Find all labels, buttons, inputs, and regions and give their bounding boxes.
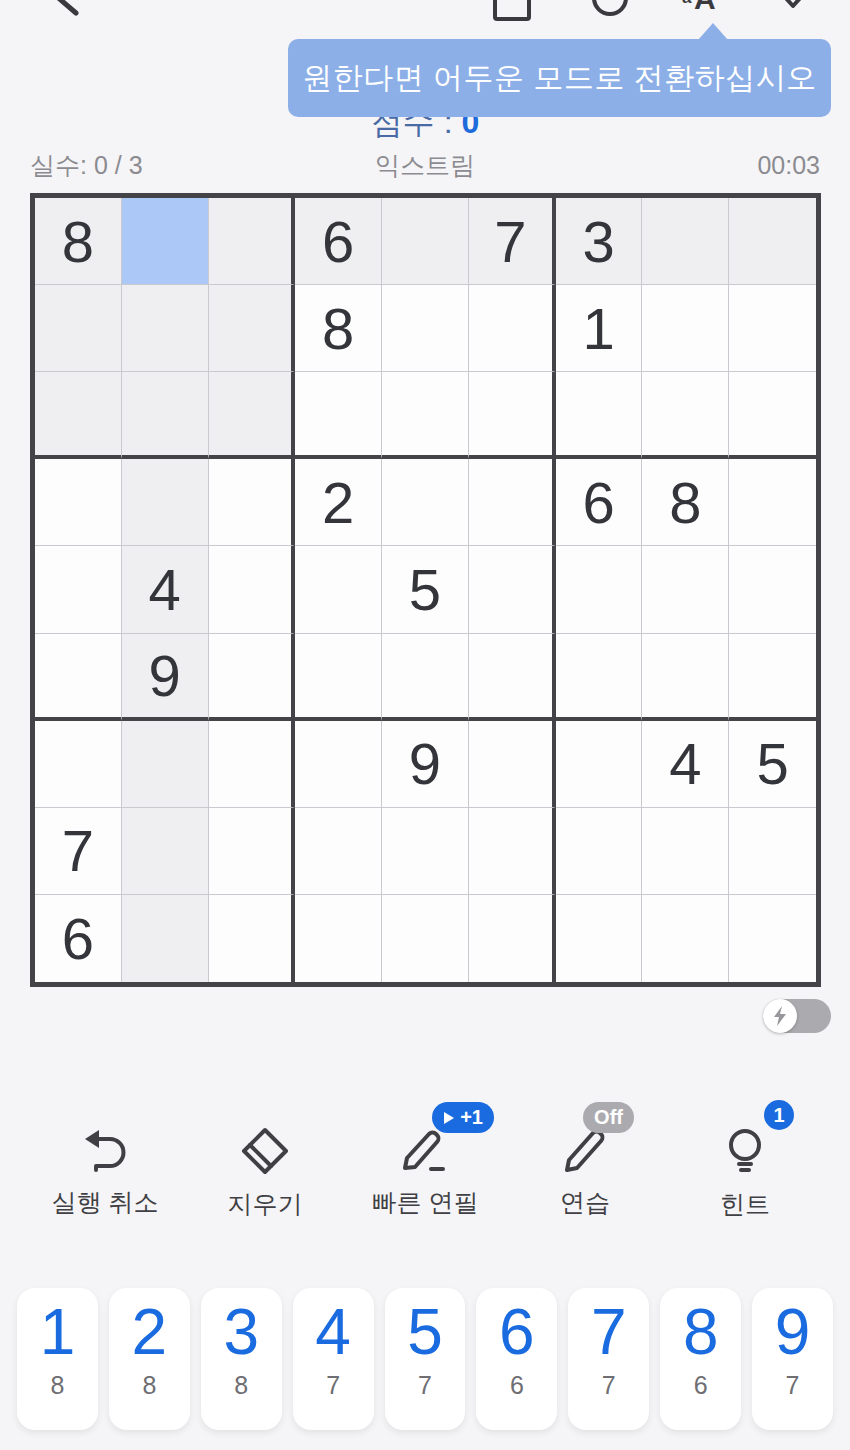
sudoku-cell-r8c1[interactable]: 7 [35,808,122,895]
sudoku-cell-r6c3[interactable] [209,634,296,721]
sudoku-cell-r5c4[interactable] [295,546,382,633]
sudoku-cell-r1c5[interactable] [382,198,469,285]
numkey-count: 7 [786,1371,800,1400]
sudoku-cell-r4c6[interactable] [469,459,556,546]
sudoku-cell-r5c8[interactable] [642,546,729,633]
sudoku-cell-r4c9[interactable] [729,459,816,546]
erase-button[interactable]: 지우기 [190,1100,340,1225]
numkey-7[interactable]: 7 7 [568,1288,649,1430]
sudoku-cell-r3c2[interactable] [122,372,209,459]
sudoku-cell-r5c7[interactable] [556,546,643,633]
numkey-2[interactable]: 2 8 [109,1288,190,1430]
numkey-6[interactable]: 6 6 [476,1288,557,1430]
undo-icon [79,1126,131,1174]
sudoku-cell-r3c7[interactable] [556,372,643,459]
sudoku-cell-r6c2[interactable]: 9 [122,634,209,721]
sudoku-cell-r9c2[interactable] [122,895,209,982]
sudoku-cell-r9c1[interactable]: 6 [35,895,122,982]
numkey-digit: 7 [591,1298,627,1366]
back-icon[interactable] [52,0,80,16]
sudoku-cell-r9c6[interactable] [469,895,556,982]
sudoku-cell-r2c7[interactable]: 1 [556,285,643,372]
lightning-icon [772,1005,788,1027]
sudoku-cell-r4c1[interactable] [35,459,122,546]
sudoku-cell-r6c1[interactable] [35,634,122,721]
sudoku-cell-r8c9[interactable] [729,808,816,895]
sudoku-cell-r9c3[interactable] [209,895,296,982]
sudoku-cell-r7c3[interactable] [209,721,296,808]
numkey-8[interactable]: 8 6 [660,1288,741,1430]
sudoku-cell-r6c9[interactable] [729,634,816,721]
fast-pencil-badge: +1 [432,1102,494,1133]
palette-square-icon[interactable] [492,0,532,22]
practice-button[interactable]: Off 연습 [510,1100,660,1225]
toolbar: 실행 취소 지우기 +1 빠른 연필 Off [30,1100,820,1225]
fast-pencil-badge-text: +1 [460,1106,483,1129]
sudoku-cell-r9c9[interactable] [729,895,816,982]
sudoku-cell-r3c8[interactable] [642,372,729,459]
sudoku-cell-r2c5[interactable] [382,285,469,372]
hint-badge-text: 1 [773,1104,784,1127]
sudoku-cell-r2c1[interactable] [35,285,122,372]
sudoku-cell-r5c3[interactable] [209,546,296,633]
numkey-3[interactable]: 3 8 [201,1288,282,1430]
sudoku-cell-r7c5[interactable]: 9 [382,721,469,808]
sudoku-cell-r8c8[interactable] [642,808,729,895]
eraser-icon [239,1126,291,1176]
dark-mode-tooltip: 원한다면 어두운 모드로 전환하십시오 [288,39,831,117]
practice-pencil-icon [559,1126,611,1174]
numkey-digit: 2 [132,1298,168,1366]
numkey-count: 8 [50,1371,64,1400]
sudoku-cell-r2c8[interactable] [642,285,729,372]
sudoku-cell-r7c1[interactable] [35,721,122,808]
theme-circle-icon[interactable] [590,0,630,18]
erase-label: 지우기 [228,1188,303,1221]
sudoku-cell-r2c6[interactable] [469,285,556,372]
sudoku-cell-r4c2[interactable] [122,459,209,546]
sudoku-cell-r8c6[interactable] [469,808,556,895]
numkey-digit: 3 [223,1298,259,1366]
sudoku-cell-r3c1[interactable] [35,372,122,459]
sudoku-cell-r3c5[interactable] [382,372,469,459]
sudoku-cell-r2c9[interactable] [729,285,816,372]
sudoku-cell-r1c6[interactable]: 7 [469,198,556,285]
numkey-count: 6 [510,1371,524,1400]
sudoku-cell-r8c5[interactable] [382,808,469,895]
numkey-digit: 8 [683,1298,719,1366]
numkey-5[interactable]: 5 7 [385,1288,466,1430]
sudoku-cell-r9c4[interactable] [295,895,382,982]
sudoku-cell-r4c4[interactable]: 2 [295,459,382,546]
sudoku-cell-r5c2[interactable]: 4 [122,546,209,633]
sudoku-cell-r1c4[interactable]: 6 [295,198,382,285]
numkey-count: 6 [694,1371,708,1400]
sudoku-cell-r7c4[interactable] [295,721,382,808]
numkey-digit: 4 [315,1298,351,1366]
numkey-9[interactable]: 9 7 [752,1288,833,1430]
numkey-count: 7 [418,1371,432,1400]
hint-button[interactable]: 1 힌트 [670,1100,820,1225]
sudoku-cell-r4c8[interactable]: 8 [642,459,729,546]
sudoku-cell-r5c1[interactable] [35,546,122,633]
sudoku-cell-r9c8[interactable] [642,895,729,982]
numkey-count: 7 [602,1371,616,1400]
sudoku-cell-r4c3[interactable] [209,459,296,546]
sudoku-cell-r1c2[interactable] [122,198,209,285]
hint-label: 힌트 [720,1188,770,1221]
status-row: 실수: 0 / 3 익스트림 00:03 [30,150,820,180]
fast-pencil-button[interactable]: +1 빠른 연필 [350,1100,500,1225]
practice-badge-text: Off [594,1106,623,1129]
sudoku-cell-r9c7[interactable] [556,895,643,982]
sudoku-cell-r8c4[interactable] [295,808,382,895]
sudoku-cell-r2c4[interactable]: 8 [295,285,382,372]
sudoku-cell-r7c8[interactable]: 4 [642,721,729,808]
numkey-4[interactable]: 4 7 [293,1288,374,1430]
number-pad: 1 8 2 8 3 8 4 7 5 7 6 6 7 7 8 6 9 7 [0,1288,850,1430]
numkey-digit: 5 [407,1298,443,1366]
sudoku-board: 86738126845994576 [30,193,821,987]
sudoku-cell-r7c7[interactable] [556,721,643,808]
sudoku-cell-r1c1[interactable]: 8 [35,198,122,285]
toggle-knob [763,999,797,1033]
undo-button[interactable]: 실행 취소 [30,1100,180,1225]
numkey-count: 8 [142,1371,156,1400]
sudoku-cell-r1c9[interactable] [729,198,816,285]
sudoku-cell-r8c3[interactable] [209,808,296,895]
sudoku-cell-r6c7[interactable] [556,634,643,721]
sudoku-cell-r5c6[interactable] [469,546,556,633]
numkey-count: 7 [326,1371,340,1400]
numkey-digit: 6 [499,1298,535,1366]
sudoku-cell-r8c7[interactable] [556,808,643,895]
sudoku-cell-r7c2[interactable] [122,721,209,808]
sudoku-cell-r6c6[interactable] [469,634,556,721]
undo-label: 실행 취소 [52,1186,159,1219]
sudoku-cell-r3c4[interactable] [295,372,382,459]
sudoku-cell-r8c2[interactable] [122,808,209,895]
sudoku-cell-r3c9[interactable] [729,372,816,459]
practice-badge: Off [583,1102,634,1133]
numkey-digit: 1 [40,1298,76,1366]
sudoku-cell-r5c5[interactable]: 5 [382,546,469,633]
sudoku-cell-r3c6[interactable] [469,372,556,459]
lightning-toggle[interactable] [763,999,831,1033]
sudoku-cell-r3c3[interactable] [209,372,296,459]
sudoku-cell-r1c3[interactable] [209,198,296,285]
sudoku-cell-r4c7[interactable]: 6 [556,459,643,546]
numkey-1[interactable]: 1 8 [17,1288,98,1430]
sudoku-cell-r1c8[interactable] [642,198,729,285]
sudoku-cell-r7c6[interactable] [469,721,556,808]
sudoku-cell-r9c5[interactable] [382,895,469,982]
tooltip-text: 원한다면 어두운 모드로 전환하십시오 [302,58,817,99]
numkey-digit: 9 [775,1298,811,1366]
difficulty-label: 익스트림 [30,149,820,182]
sudoku-cell-r4c5[interactable] [382,459,469,546]
lightbulb-icon [719,1126,771,1176]
sudoku-cell-r2c3[interactable] [209,285,296,372]
fast-pencil-label: 빠른 연필 [372,1186,479,1219]
sudoku-cell-r5c9[interactable] [729,546,816,633]
sudoku-cell-r6c5[interactable] [382,634,469,721]
sudoku-cell-r2c2[interactable] [122,285,209,372]
numkey-count: 8 [234,1371,248,1400]
sudoku-cell-r6c4[interactable] [295,634,382,721]
sudoku-cell-r6c8[interactable] [642,634,729,721]
fast-pencil-icon [399,1126,451,1174]
play-icon [443,1111,455,1125]
practice-label: 연습 [560,1186,610,1219]
hint-badge: 1 [764,1100,794,1130]
gem-icon[interactable] [770,0,816,10]
sudoku-cell-r1c7[interactable]: 3 [556,198,643,285]
sudoku-cell-r7c9[interactable]: 5 [729,721,816,808]
